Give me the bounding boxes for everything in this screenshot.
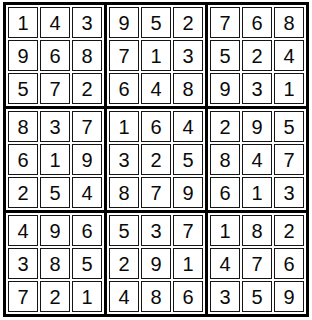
cell-r1c2[interactable]: 4 [40, 7, 70, 38]
cell-r9c3[interactable]: 1 [72, 281, 102, 312]
cell-r5c8[interactable]: 4 [242, 144, 272, 175]
sudoku-box-8: 537291486 [107, 213, 205, 314]
cell-r4c7[interactable]: 2 [210, 111, 240, 142]
cell-r5c6[interactable]: 5 [173, 144, 203, 175]
cell-r4c5[interactable]: 6 [141, 111, 171, 142]
sudoku-box-6: 295847613 [208, 109, 306, 210]
cell-r9c4[interactable]: 4 [109, 281, 139, 312]
cell-r2c1[interactable]: 9 [8, 40, 38, 71]
cell-r6c2[interactable]: 5 [40, 177, 70, 208]
cell-r9c9[interactable]: 9 [274, 281, 304, 312]
cell-r4c2[interactable]: 3 [40, 111, 70, 142]
sudoku-board: 1439685729527136487685249318376192541643… [3, 2, 309, 317]
cell-r2c6[interactable]: 3 [173, 40, 203, 71]
cell-r1c9[interactable]: 8 [274, 7, 304, 38]
cell-r7c6[interactable]: 7 [173, 215, 203, 246]
cell-r5c5[interactable]: 2 [141, 144, 171, 175]
sudoku-box-1: 143968572 [6, 5, 104, 106]
cell-r7c8[interactable]: 8 [242, 215, 272, 246]
cell-r5c1[interactable]: 6 [8, 144, 38, 175]
cell-r3c2[interactable]: 7 [40, 73, 70, 104]
cell-r5c9[interactable]: 7 [274, 144, 304, 175]
cell-r2c5[interactable]: 1 [141, 40, 171, 71]
cell-r8c8[interactable]: 7 [242, 248, 272, 279]
cell-r7c5[interactable]: 3 [141, 215, 171, 246]
cell-r2c2[interactable]: 6 [40, 40, 70, 71]
cell-r1c3[interactable]: 3 [72, 7, 102, 38]
cell-r8c5[interactable]: 9 [141, 248, 171, 279]
cell-r5c3[interactable]: 9 [72, 144, 102, 175]
cell-r6c8[interactable]: 1 [242, 177, 272, 208]
cell-r8c7[interactable]: 4 [210, 248, 240, 279]
cell-r3c1[interactable]: 5 [8, 73, 38, 104]
cell-r2c7[interactable]: 5 [210, 40, 240, 71]
cell-r6c6[interactable]: 9 [173, 177, 203, 208]
cell-r3c9[interactable]: 1 [274, 73, 304, 104]
cell-r7c4[interactable]: 5 [109, 215, 139, 246]
cell-r1c7[interactable]: 7 [210, 7, 240, 38]
sudoku-box-7: 496385721 [6, 213, 104, 314]
cell-r8c4[interactable]: 2 [109, 248, 139, 279]
cell-r7c2[interactable]: 9 [40, 215, 70, 246]
cell-r4c4[interactable]: 1 [109, 111, 139, 142]
cell-r3c6[interactable]: 8 [173, 73, 203, 104]
cell-r2c3[interactable]: 8 [72, 40, 102, 71]
cell-r9c1[interactable]: 7 [8, 281, 38, 312]
cell-r8c9[interactable]: 6 [274, 248, 304, 279]
cell-r6c1[interactable]: 2 [8, 177, 38, 208]
cell-r7c3[interactable]: 6 [72, 215, 102, 246]
cell-r2c8[interactable]: 2 [242, 40, 272, 71]
cell-r8c1[interactable]: 3 [8, 248, 38, 279]
cell-r9c5[interactable]: 8 [141, 281, 171, 312]
cell-r6c5[interactable]: 7 [141, 177, 171, 208]
cell-r9c8[interactable]: 5 [242, 281, 272, 312]
cell-r3c7[interactable]: 9 [210, 73, 240, 104]
cell-r6c4[interactable]: 8 [109, 177, 139, 208]
cell-r5c2[interactable]: 1 [40, 144, 70, 175]
cell-r9c7[interactable]: 3 [210, 281, 240, 312]
sudoku-box-5: 164325879 [107, 109, 205, 210]
cell-r4c9[interactable]: 5 [274, 111, 304, 142]
cell-r8c3[interactable]: 5 [72, 248, 102, 279]
cell-r7c9[interactable]: 2 [274, 215, 304, 246]
cell-r4c6[interactable]: 4 [173, 111, 203, 142]
cell-r7c7[interactable]: 1 [210, 215, 240, 246]
cell-r3c8[interactable]: 3 [242, 73, 272, 104]
cell-r2c9[interactable]: 4 [274, 40, 304, 71]
cell-r7c1[interactable]: 4 [8, 215, 38, 246]
cell-r1c6[interactable]: 2 [173, 7, 203, 38]
cell-r1c4[interactable]: 9 [109, 7, 139, 38]
cell-r8c6[interactable]: 1 [173, 248, 203, 279]
cell-r3c4[interactable]: 6 [109, 73, 139, 104]
cell-r9c6[interactable]: 6 [173, 281, 203, 312]
cell-r5c7[interactable]: 8 [210, 144, 240, 175]
cell-r2c4[interactable]: 7 [109, 40, 139, 71]
cell-r6c9[interactable]: 3 [274, 177, 304, 208]
cell-r9c2[interactable]: 2 [40, 281, 70, 312]
cell-r4c3[interactable]: 7 [72, 111, 102, 142]
sudoku-page: 1439685729527136487685249318376192541643… [0, 0, 312, 320]
cell-r4c1[interactable]: 8 [8, 111, 38, 142]
cell-r3c3[interactable]: 2 [72, 73, 102, 104]
sudoku-box-3: 768524931 [208, 5, 306, 106]
cell-r1c1[interactable]: 1 [8, 7, 38, 38]
cell-r1c8[interactable]: 6 [242, 7, 272, 38]
cell-r6c7[interactable]: 6 [210, 177, 240, 208]
sudoku-box-2: 952713648 [107, 5, 205, 106]
cell-r6c3[interactable]: 4 [72, 177, 102, 208]
sudoku-box-9: 182476359 [208, 213, 306, 314]
cell-r1c5[interactable]: 5 [141, 7, 171, 38]
cell-r8c2[interactable]: 8 [40, 248, 70, 279]
cell-r5c4[interactable]: 3 [109, 144, 139, 175]
sudoku-box-4: 837619254 [6, 109, 104, 210]
cell-r4c8[interactable]: 9 [242, 111, 272, 142]
cell-r3c5[interactable]: 4 [141, 73, 171, 104]
